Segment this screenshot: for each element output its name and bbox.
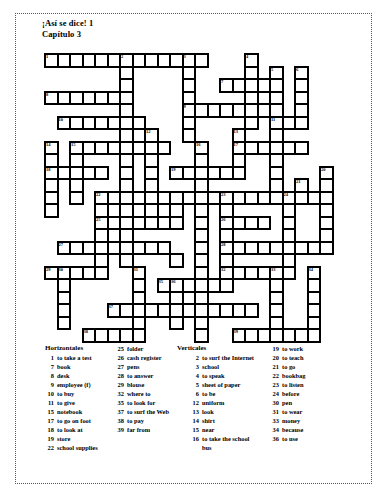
grid-cell[interactable] (108, 142, 121, 155)
grid-cell[interactable]: 17 (233, 142, 246, 155)
clue-item: 38to pay (103, 416, 169, 425)
grid-cell[interactable] (308, 292, 321, 305)
grid-cell[interactable] (108, 217, 121, 230)
grid-cell[interactable] (120, 154, 133, 167)
grid-cell[interactable] (183, 79, 196, 92)
grid-cell[interactable] (108, 117, 121, 130)
grid-cell[interactable] (208, 279, 221, 292)
grid-cell[interactable] (270, 242, 283, 255)
grid-cell[interactable] (270, 292, 283, 305)
grid-cell[interactable] (120, 167, 133, 180)
grid-cell[interactable]: 29 (45, 267, 58, 280)
grid-blocked-cell (170, 267, 183, 280)
grid-cell[interactable] (133, 304, 146, 317)
grid-cell[interactable] (158, 54, 171, 67)
grid-cell[interactable] (195, 104, 208, 117)
grid-cell[interactable] (120, 142, 133, 155)
grid-cell[interactable] (170, 304, 183, 317)
grid-cell[interactable]: 14 (45, 142, 58, 155)
grid-blocked-cell (108, 204, 121, 217)
clue-item: 8desk (36, 371, 98, 380)
grid-cell[interactable] (158, 142, 171, 155)
grid-cell[interactable] (245, 142, 258, 155)
grid-cell[interactable]: 36 (170, 279, 183, 292)
grid-cell[interactable] (120, 304, 133, 317)
grid-cell[interactable] (220, 167, 233, 180)
grid-cell[interactable] (208, 304, 221, 317)
grid-cell[interactable] (245, 217, 258, 230)
grid-blocked-cell (145, 79, 158, 92)
grid-cell[interactable] (70, 117, 83, 130)
cell-number: 30 (59, 267, 64, 272)
grid-cell[interactable] (270, 192, 283, 205)
grid-cell[interactable] (195, 292, 208, 305)
grid-cell[interactable] (95, 117, 108, 130)
grid-cell[interactable] (283, 329, 296, 342)
grid-cell[interactable] (220, 204, 233, 217)
grid-cell[interactable] (95, 229, 108, 242)
grid-cell[interactable]: 19 (170, 167, 183, 180)
grid-cell[interactable] (258, 192, 271, 205)
grid-cell[interactable] (320, 217, 333, 230)
grid-cell[interactable] (283, 242, 296, 255)
grid-cell[interactable] (308, 279, 321, 292)
grid-cell[interactable]: 32 (220, 267, 233, 280)
grid-cell[interactable]: 38 (83, 329, 96, 342)
grid-cell[interactable] (308, 329, 321, 342)
clue-number: 25 (103, 344, 124, 353)
clue-text: uniform (202, 398, 224, 407)
grid-cell[interactable] (320, 192, 333, 205)
grid-cell[interactable] (45, 192, 58, 205)
grid-cell[interactable] (220, 304, 233, 317)
grid-cell[interactable]: 33 (270, 267, 283, 280)
grid-cell[interactable] (170, 217, 183, 230)
grid-cell[interactable]: 27 (58, 242, 71, 255)
grid-blocked-cell (158, 154, 171, 167)
grid-cell[interactable] (170, 317, 183, 330)
grid-cell[interactable] (283, 204, 296, 217)
grid-blocked-cell (245, 229, 258, 242)
grid-cell[interactable] (120, 79, 133, 92)
grid-cell[interactable] (195, 204, 208, 217)
grid-cell[interactable] (70, 242, 83, 255)
grid-cell[interactable]: 12 (145, 129, 158, 142)
grid-cell[interactable]: 7 (220, 79, 233, 92)
grid-cell[interactable] (120, 179, 133, 192)
grid-cell[interactable] (145, 242, 158, 255)
grid-blocked-cell (308, 229, 321, 242)
grid-cell[interactable] (95, 329, 108, 342)
grid-blocked-cell (70, 204, 83, 217)
grid-cell[interactable] (308, 192, 321, 205)
grid-blocked-cell (145, 92, 158, 105)
grid-blocked-cell (120, 317, 133, 330)
grid-cell[interactable] (183, 279, 196, 292)
grid-cell[interactable] (295, 104, 308, 117)
grid-cell[interactable] (320, 229, 333, 242)
grid-cell[interactable] (45, 154, 58, 167)
grid-cell[interactable] (295, 92, 308, 105)
grid-blocked-cell (208, 242, 221, 255)
grid-cell[interactable] (133, 292, 146, 305)
grid-blocked-cell (208, 117, 221, 130)
grid-cell[interactable] (108, 54, 121, 67)
grid-cell[interactable] (270, 142, 283, 155)
grid-cell[interactable] (58, 304, 71, 317)
grid-cell[interactable] (258, 142, 271, 155)
grid-blocked-cell (183, 142, 196, 155)
grid-cell[interactable] (170, 192, 183, 205)
grid-cell[interactable] (120, 254, 133, 267)
grid-blocked-cell (83, 317, 96, 330)
grid-cell[interactable]: 28 (220, 242, 233, 255)
grid-cell[interactable] (270, 317, 283, 330)
grid-cell[interactable] (145, 154, 158, 167)
grid-cell[interactable] (83, 92, 96, 105)
grid-cell[interactable] (133, 192, 146, 205)
grid-cell[interactable] (120, 229, 133, 242)
grid-cell[interactable] (195, 217, 208, 230)
grid-cell[interactable]: 22 (95, 192, 108, 205)
grid-cell[interactable] (70, 267, 83, 280)
grid-cell[interactable] (145, 217, 158, 230)
grid-cell[interactable] (195, 167, 208, 180)
clue-text: desk (57, 371, 69, 380)
clue-number: 15 (177, 425, 199, 434)
grid-cell[interactable] (95, 142, 108, 155)
grid-cell[interactable] (83, 242, 96, 255)
grid-blocked-cell (308, 117, 321, 130)
grid-cell[interactable] (245, 267, 258, 280)
grid-cell[interactable] (70, 167, 83, 180)
grid-cell[interactable] (233, 217, 246, 230)
grid-cell[interactable] (58, 92, 71, 105)
grid-cell[interactable] (195, 254, 208, 267)
grid-blocked-cell (158, 229, 171, 242)
grid-cell[interactable] (133, 142, 146, 155)
grid-cell[interactable] (120, 92, 133, 105)
grid-cell[interactable]: 24 (283, 192, 296, 205)
grid-cell[interactable] (258, 79, 271, 92)
grid-cell[interactable] (120, 129, 133, 142)
grid-cell[interactable] (183, 67, 196, 80)
grid-cell[interactable] (58, 167, 71, 180)
grid-cell[interactable] (145, 142, 158, 155)
grid-cell[interactable] (283, 254, 296, 267)
grid-cell[interactable] (295, 117, 308, 130)
grid-cell[interactable] (258, 217, 271, 230)
grid-blocked-cell (83, 304, 96, 317)
grid-cell[interactable]: 10 (58, 117, 71, 130)
grid-cell[interactable] (283, 267, 296, 280)
grid-blocked-cell (258, 254, 271, 267)
grid-cell[interactable] (183, 192, 196, 205)
grid-cell[interactable]: 35 (158, 279, 171, 292)
grid-cell[interactable]: 31 (133, 267, 146, 280)
grid-blocked-cell (95, 67, 108, 80)
grid-cell[interactable] (258, 242, 271, 255)
grid-cell[interactable] (258, 104, 271, 117)
grid-blocked-cell (58, 217, 71, 230)
grid-cell[interactable]: 34 (308, 267, 321, 280)
grid-cell[interactable]: 15 (70, 142, 83, 155)
grid-blocked-cell (245, 129, 258, 142)
grid-cell[interactable] (270, 154, 283, 167)
grid-cell[interactable] (308, 304, 321, 317)
grid-cell[interactable] (95, 92, 108, 105)
grid-cell[interactable] (95, 242, 108, 255)
grid-cell[interactable] (108, 192, 121, 205)
grid-cell[interactable] (295, 142, 308, 155)
grid-cell[interactable]: 11 (270, 117, 283, 130)
grid-cell[interactable] (283, 229, 296, 242)
grid-cell[interactable] (283, 142, 296, 155)
grid-cell[interactable]: 8 (45, 92, 58, 105)
grid-cell[interactable] (45, 179, 58, 192)
grid-cell[interactable] (120, 67, 133, 80)
grid-cell[interactable] (108, 92, 121, 105)
grid-blocked-cell (320, 292, 333, 305)
grid-cell[interactable] (308, 242, 321, 255)
grid-cell[interactable] (245, 79, 258, 92)
grid-cell[interactable]: 37 (108, 304, 121, 317)
grid-cell[interactable] (45, 204, 58, 217)
grid-cell[interactable] (183, 92, 196, 105)
grid-cell[interactable] (170, 254, 183, 267)
grid-cell[interactable] (58, 292, 71, 305)
grid-cell[interactable]: 23 (220, 192, 233, 205)
grid-cell[interactable] (195, 229, 208, 242)
grid-cell[interactable] (233, 267, 246, 280)
grid-blocked-cell (295, 54, 308, 67)
grid-cell[interactable] (295, 242, 308, 255)
grid-cell[interactable] (133, 117, 146, 130)
clue-number: 23 (258, 380, 279, 389)
grid-cell[interactable]: 30 (58, 267, 71, 280)
grid-cell[interactable] (233, 304, 246, 317)
grid-cell[interactable] (83, 54, 96, 67)
grid-cell[interactable] (208, 167, 221, 180)
grid-cell[interactable] (58, 279, 71, 292)
grid-cell[interactable] (158, 217, 171, 230)
grid-cell[interactable]: 13 (233, 129, 246, 142)
grid-cell[interactable] (195, 179, 208, 192)
grid-cell[interactable] (83, 117, 96, 130)
clue-item: 10to buy (36, 389, 98, 398)
grid-cell[interactable] (95, 254, 108, 267)
grid-cell[interactable] (245, 117, 258, 130)
grid-blocked-cell (258, 117, 271, 130)
grid-cell[interactable] (233, 104, 246, 117)
grid-cell[interactable]: 6 (295, 67, 308, 80)
grid-cell[interactable] (183, 129, 196, 142)
grid-cell[interactable] (83, 167, 96, 180)
grid-cell[interactable] (133, 317, 146, 330)
grid-cell[interactable] (83, 267, 96, 280)
grid-cell[interactable] (95, 267, 108, 280)
grid-cell[interactable] (70, 192, 83, 205)
cell-number: 15 (71, 142, 76, 147)
grid-blocked-cell (183, 242, 196, 255)
grid-cell[interactable] (145, 54, 158, 67)
grid-cell[interactable] (258, 329, 271, 342)
grid-cell[interactable] (270, 167, 283, 180)
grid-cell[interactable] (245, 67, 258, 80)
grid-cell[interactable]: 20 (320, 167, 333, 180)
grid-cell[interactable]: 16 (195, 142, 208, 155)
grid-cell[interactable] (220, 279, 233, 292)
grid-cell[interactable] (270, 304, 283, 317)
grid-cell[interactable] (95, 167, 108, 180)
grid-cell[interactable] (270, 104, 283, 117)
grid-cell[interactable] (120, 104, 133, 117)
grid-cell[interactable] (245, 304, 258, 317)
grid-cell[interactable] (245, 329, 258, 342)
grid-cell[interactable] (220, 254, 233, 267)
grid-cell[interactable] (220, 104, 233, 117)
grid-cell[interactable] (233, 192, 246, 205)
grid-cell[interactable] (195, 329, 208, 342)
grid-cell[interactable] (145, 179, 158, 192)
grid-cell[interactable] (120, 117, 133, 130)
grid-cell[interactable]: 5 (270, 67, 283, 80)
grid-cell[interactable] (208, 192, 221, 205)
grid-cell[interactable]: 9 (183, 104, 196, 117)
grid-cell[interactable] (195, 317, 208, 330)
grid-cell[interactable] (233, 167, 246, 180)
grid-cell[interactable] (145, 204, 158, 217)
clue-item: 27pens (103, 362, 169, 371)
grid-cell[interactable] (270, 92, 283, 105)
grid-cell[interactable]: 4 (245, 54, 258, 67)
grid-blocked-cell (220, 92, 233, 105)
grid-cell[interactable] (58, 54, 71, 67)
cell-number: 25 (96, 217, 101, 222)
grid-cell[interactable] (183, 304, 196, 317)
grid-cell[interactable] (170, 54, 183, 67)
grid-cell[interactable] (58, 317, 71, 330)
grid-cell[interactable] (233, 154, 246, 167)
grid-cell[interactable] (208, 104, 221, 117)
grid-cell[interactable] (320, 179, 333, 192)
grid-cell[interactable] (195, 242, 208, 255)
grid-cell[interactable] (258, 267, 271, 280)
grid-cell[interactable] (70, 179, 83, 192)
grid-blocked-cell (45, 67, 58, 80)
grid-cell[interactable]: 2 (120, 54, 133, 67)
grid-cell[interactable] (170, 292, 183, 305)
grid-cell[interactable] (195, 267, 208, 280)
grid-cell[interactable] (158, 192, 171, 205)
clue-number: 30 (258, 398, 279, 407)
grid-cell[interactable] (220, 229, 233, 242)
grid-cell[interactable] (133, 279, 146, 292)
cell-number: 19 (171, 167, 176, 172)
grid-cell[interactable] (245, 192, 258, 205)
grid-cell[interactable] (70, 54, 83, 67)
grid-cell[interactable] (83, 142, 96, 155)
grid-cell[interactable] (195, 279, 208, 292)
grid-cell[interactable] (295, 79, 308, 92)
grid-blocked-cell (158, 204, 171, 217)
grid-cell[interactable] (183, 117, 196, 130)
grid-cell[interactable] (195, 192, 208, 205)
grid-cell[interactable] (233, 242, 246, 255)
grid-blocked-cell (145, 229, 158, 242)
grid-cell[interactable] (283, 217, 296, 230)
grid-cell[interactable] (120, 329, 133, 342)
grid-cell[interactable] (145, 304, 158, 317)
grid-cell[interactable] (70, 154, 83, 167)
grid-cell[interactable] (270, 279, 283, 292)
grid-cell[interactable] (270, 179, 283, 192)
grid-blocked-cell (145, 317, 158, 330)
grid-cell[interactable] (283, 117, 296, 130)
grid-cell[interactable] (158, 242, 171, 255)
grid-cell[interactable]: 3 (183, 54, 196, 67)
grid-cell[interactable] (295, 329, 308, 342)
grid-cell[interactable] (133, 54, 146, 67)
grid-cell[interactable] (95, 204, 108, 217)
grid-cell[interactable] (320, 242, 333, 255)
grid-cell[interactable]: 39 (233, 329, 246, 342)
grid-cell[interactable] (195, 154, 208, 167)
grid-cell[interactable] (245, 92, 258, 105)
grid-cell[interactable] (133, 217, 146, 230)
grid-cell[interactable] (145, 167, 158, 180)
grid-cell[interactable] (120, 204, 133, 217)
grid-blocked-cell (45, 317, 58, 330)
grid-blocked-cell (158, 292, 171, 305)
grid-cell[interactable] (245, 242, 258, 255)
grid-cell[interactable] (270, 79, 283, 92)
grid-cell[interactable] (195, 54, 208, 67)
clue-text: before (282, 389, 299, 398)
grid-cell[interactable] (245, 104, 258, 117)
grid-cell[interactable] (108, 329, 121, 342)
grid-cell[interactable] (195, 304, 208, 317)
grid-cell[interactable] (158, 304, 171, 317)
grid-cell[interactable] (170, 204, 183, 217)
grid-cell[interactable]: 21 (295, 179, 308, 192)
grid-cell[interactable] (120, 242, 133, 255)
grid-cell[interactable] (308, 317, 321, 330)
grid-cell[interactable]: 18 (45, 167, 58, 180)
grid-cell[interactable]: 1 (45, 54, 58, 67)
grid-cell[interactable] (233, 79, 246, 92)
grid-cell[interactable] (70, 92, 83, 105)
grid-blocked-cell (58, 254, 71, 267)
grid-cell[interactable] (320, 204, 333, 217)
grid-cell[interactable] (270, 129, 283, 142)
grid-cell[interactable] (133, 329, 146, 342)
grid-cell[interactable] (95, 54, 108, 67)
grid-cell[interactable]: 25 (95, 217, 108, 230)
grid-cell[interactable] (133, 242, 146, 255)
grid-cell[interactable] (108, 242, 121, 255)
grid-cell[interactable] (295, 192, 308, 205)
grid-blocked-cell (195, 129, 208, 142)
grid-cell[interactable]: 26 (220, 217, 233, 230)
grid-cell[interactable] (270, 329, 283, 342)
grid-blocked-cell (295, 267, 308, 280)
clues-horizontales-col1: Horizontales 1to take a test7book8desk9e… (36, 344, 98, 452)
grid-cell[interactable] (120, 217, 133, 230)
grid-cell[interactable] (120, 192, 133, 205)
grid-cell[interactable] (145, 192, 158, 205)
grid-cell[interactable] (183, 167, 196, 180)
